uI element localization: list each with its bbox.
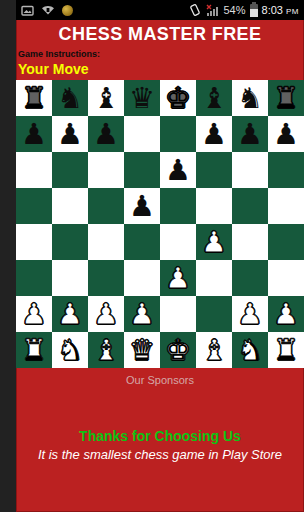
white-pawn: ♟ <box>273 296 299 332</box>
square-d6[interactable] <box>124 152 160 188</box>
black-knight: ♞ <box>57 80 83 116</box>
clock: 8:03 PM <box>262 4 299 16</box>
footer: Our Sponsors Thanks for Choosing Us It i… <box>16 368 304 512</box>
square-e4[interactable] <box>160 224 196 260</box>
black-bishop: ♝ <box>93 80 119 116</box>
square-d2[interactable]: ♟ <box>124 296 160 332</box>
square-g4[interactable] <box>232 224 268 260</box>
square-f7[interactable]: ♟ <box>196 116 232 152</box>
white-bishop: ♝ <box>201 332 227 368</box>
white-knight: ♞ <box>57 332 83 368</box>
white-pawn: ♟ <box>237 296 263 332</box>
square-h5[interactable] <box>268 188 304 224</box>
square-d8[interactable]: ♛ <box>124 80 160 116</box>
square-h1[interactable]: ♜ <box>268 332 304 368</box>
square-c7[interactable]: ♟ <box>88 116 124 152</box>
square-b7[interactable]: ♟ <box>52 116 88 152</box>
battery-percent: 54% <box>223 4 245 16</box>
white-rook: ♜ <box>273 332 299 368</box>
white-pawn: ♟ <box>165 260 191 296</box>
square-c4[interactable] <box>88 224 124 260</box>
square-g2[interactable]: ♟ <box>232 296 268 332</box>
square-e6[interactable]: ♟ <box>160 152 196 188</box>
square-b6[interactable] <box>52 152 88 188</box>
black-king: ♚ <box>165 80 191 116</box>
square-c8[interactable]: ♝ <box>88 80 124 116</box>
square-d1[interactable]: ♛ <box>124 332 160 368</box>
black-pawn: ♟ <box>165 152 191 188</box>
white-queen: ♛ <box>129 332 155 368</box>
square-e1[interactable]: ♚ <box>160 332 196 368</box>
signal-no-service-icon <box>206 4 219 17</box>
square-b1[interactable]: ♞ <box>52 332 88 368</box>
rotate-phone-icon <box>188 3 202 17</box>
status-bar: 54% 8:03 PM <box>16 0 304 20</box>
square-g7[interactable]: ♟ <box>232 116 268 152</box>
black-pawn: ♟ <box>129 188 155 224</box>
square-b8[interactable]: ♞ <box>52 80 88 116</box>
app-screen: 54% 8:03 PM CHESS MASTER FREE Game Instr… <box>16 0 304 512</box>
black-pawn: ♟ <box>21 116 47 152</box>
square-c1[interactable]: ♝ <box>88 332 124 368</box>
square-h2[interactable]: ♟ <box>268 296 304 332</box>
square-c2[interactable]: ♟ <box>88 296 124 332</box>
black-pawn: ♟ <box>93 116 119 152</box>
black-queen: ♛ <box>129 80 155 116</box>
square-h6[interactable] <box>268 152 304 188</box>
black-knight: ♞ <box>237 80 263 116</box>
black-pawn: ♟ <box>273 116 299 152</box>
square-h3[interactable] <box>268 260 304 296</box>
square-f6[interactable] <box>196 152 232 188</box>
square-g8[interactable]: ♞ <box>232 80 268 116</box>
black-bishop: ♝ <box>201 80 227 116</box>
tagline-message: It is the smallest chess game in Play St… <box>16 447 304 462</box>
chess-board: ♜♞♝♛♚♝♞♜♟♟♟♟♟♟♟♟♟♟♟♟♟♟♟♟♜♞♝♛♚♝♞♜ <box>16 80 304 368</box>
square-a4[interactable] <box>16 224 52 260</box>
square-h4[interactable] <box>268 224 304 260</box>
square-c5[interactable] <box>88 188 124 224</box>
white-pawn: ♟ <box>93 296 119 332</box>
sponsors-label: Our Sponsors <box>16 368 304 386</box>
white-pawn: ♟ <box>201 224 227 260</box>
square-f4[interactable]: ♟ <box>196 224 232 260</box>
black-rook: ♜ <box>21 80 47 116</box>
white-knight: ♞ <box>237 332 263 368</box>
white-pawn: ♟ <box>57 296 83 332</box>
square-c3[interactable] <box>88 260 124 296</box>
square-b5[interactable] <box>52 188 88 224</box>
wifi-icon <box>41 4 55 16</box>
black-pawn: ♟ <box>201 116 227 152</box>
square-e7[interactable] <box>160 116 196 152</box>
square-e3[interactable]: ♟ <box>160 260 196 296</box>
square-f1[interactable]: ♝ <box>196 332 232 368</box>
square-g6[interactable] <box>232 152 268 188</box>
square-g1[interactable]: ♞ <box>232 332 268 368</box>
white-bishop: ♝ <box>93 332 119 368</box>
square-g3[interactable] <box>232 260 268 296</box>
game-instructions-label: Game Instructions: <box>16 48 304 60</box>
square-e5[interactable] <box>160 188 196 224</box>
black-pawn: ♟ <box>57 116 83 152</box>
white-pawn: ♟ <box>129 296 155 332</box>
square-f8[interactable]: ♝ <box>196 80 232 116</box>
square-a8[interactable]: ♜ <box>16 80 52 116</box>
battery-icon <box>250 4 258 17</box>
white-pawn: ♟ <box>21 296 47 332</box>
square-c6[interactable] <box>88 152 124 188</box>
square-d3[interactable] <box>124 260 160 296</box>
square-a2[interactable]: ♟ <box>16 296 52 332</box>
square-h8[interactable]: ♜ <box>268 80 304 116</box>
square-f5[interactable] <box>196 188 232 224</box>
square-f2[interactable] <box>196 296 232 332</box>
square-e8[interactable]: ♚ <box>160 80 196 116</box>
turn-status: Your Move <box>16 60 304 80</box>
square-a5[interactable] <box>16 188 52 224</box>
square-b2[interactable]: ♟ <box>52 296 88 332</box>
white-king: ♚ <box>165 332 191 368</box>
square-a1[interactable]: ♜ <box>16 332 52 368</box>
screenshot-icon <box>21 4 34 17</box>
square-g5[interactable] <box>232 188 268 224</box>
square-e2[interactable] <box>160 296 196 332</box>
square-b3[interactable] <box>52 260 88 296</box>
square-a3[interactable] <box>16 260 52 296</box>
app-title: CHESS MASTER FREE <box>59 24 262 45</box>
square-a6[interactable] <box>16 152 52 188</box>
square-h7[interactable]: ♟ <box>268 116 304 152</box>
app-header: CHESS MASTER FREE <box>16 20 304 48</box>
square-a7[interactable]: ♟ <box>16 116 52 152</box>
white-rook: ♜ <box>21 332 47 368</box>
thanks-message: Thanks for Choosing Us <box>16 428 304 444</box>
black-pawn: ♟ <box>237 116 263 152</box>
coin-icon <box>62 5 73 16</box>
square-d4[interactable] <box>124 224 160 260</box>
black-rook: ♜ <box>273 80 299 116</box>
square-d7[interactable] <box>124 116 160 152</box>
square-b4[interactable] <box>52 224 88 260</box>
square-f3[interactable] <box>196 260 232 296</box>
square-d5[interactable]: ♟ <box>124 188 160 224</box>
